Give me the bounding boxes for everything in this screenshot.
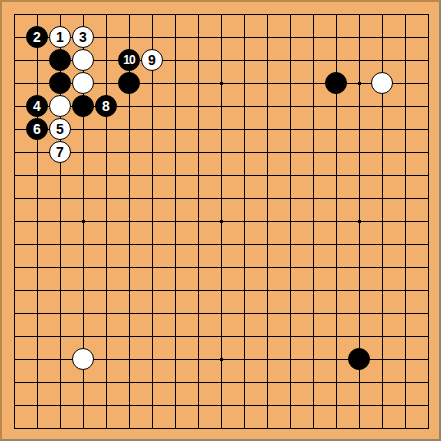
move-number-label: 5 xyxy=(56,122,64,136)
black-stone-move-8: 8 xyxy=(95,95,117,117)
white-stone-move-9: 9 xyxy=(141,49,163,71)
move-number-label: 7 xyxy=(56,145,64,159)
white-stone xyxy=(72,348,94,370)
white-stone-move-5: 5 xyxy=(49,118,71,140)
go-board: 21310948657 xyxy=(0,0,441,441)
black-stone-move-6: 6 xyxy=(26,118,48,140)
black-stone xyxy=(49,49,71,71)
move-number-label: 10 xyxy=(123,54,134,66)
stones-layer: 21310948657 xyxy=(3,3,440,440)
black-stone xyxy=(72,95,94,117)
white-stone xyxy=(72,72,94,94)
black-stone xyxy=(49,72,71,94)
black-stone-move-2: 2 xyxy=(26,26,48,48)
move-number-label: 4 xyxy=(33,99,41,113)
black-stone-move-10: 10 xyxy=(118,49,140,71)
white-stone xyxy=(371,72,393,94)
white-stone xyxy=(49,95,71,117)
move-number-label: 3 xyxy=(79,30,87,44)
black-stone xyxy=(325,72,347,94)
white-stone-move-7: 7 xyxy=(49,141,71,163)
white-stone-move-1: 1 xyxy=(49,26,71,48)
move-number-label: 6 xyxy=(33,122,41,136)
move-number-label: 9 xyxy=(148,53,156,67)
move-number-label: 8 xyxy=(102,99,110,113)
white-stone-move-3: 3 xyxy=(72,26,94,48)
move-number-label: 1 xyxy=(56,30,64,44)
black-stone xyxy=(118,72,140,94)
move-number-label: 2 xyxy=(33,30,41,44)
black-stone xyxy=(348,348,370,370)
black-stone-move-4: 4 xyxy=(26,95,48,117)
white-stone xyxy=(72,49,94,71)
